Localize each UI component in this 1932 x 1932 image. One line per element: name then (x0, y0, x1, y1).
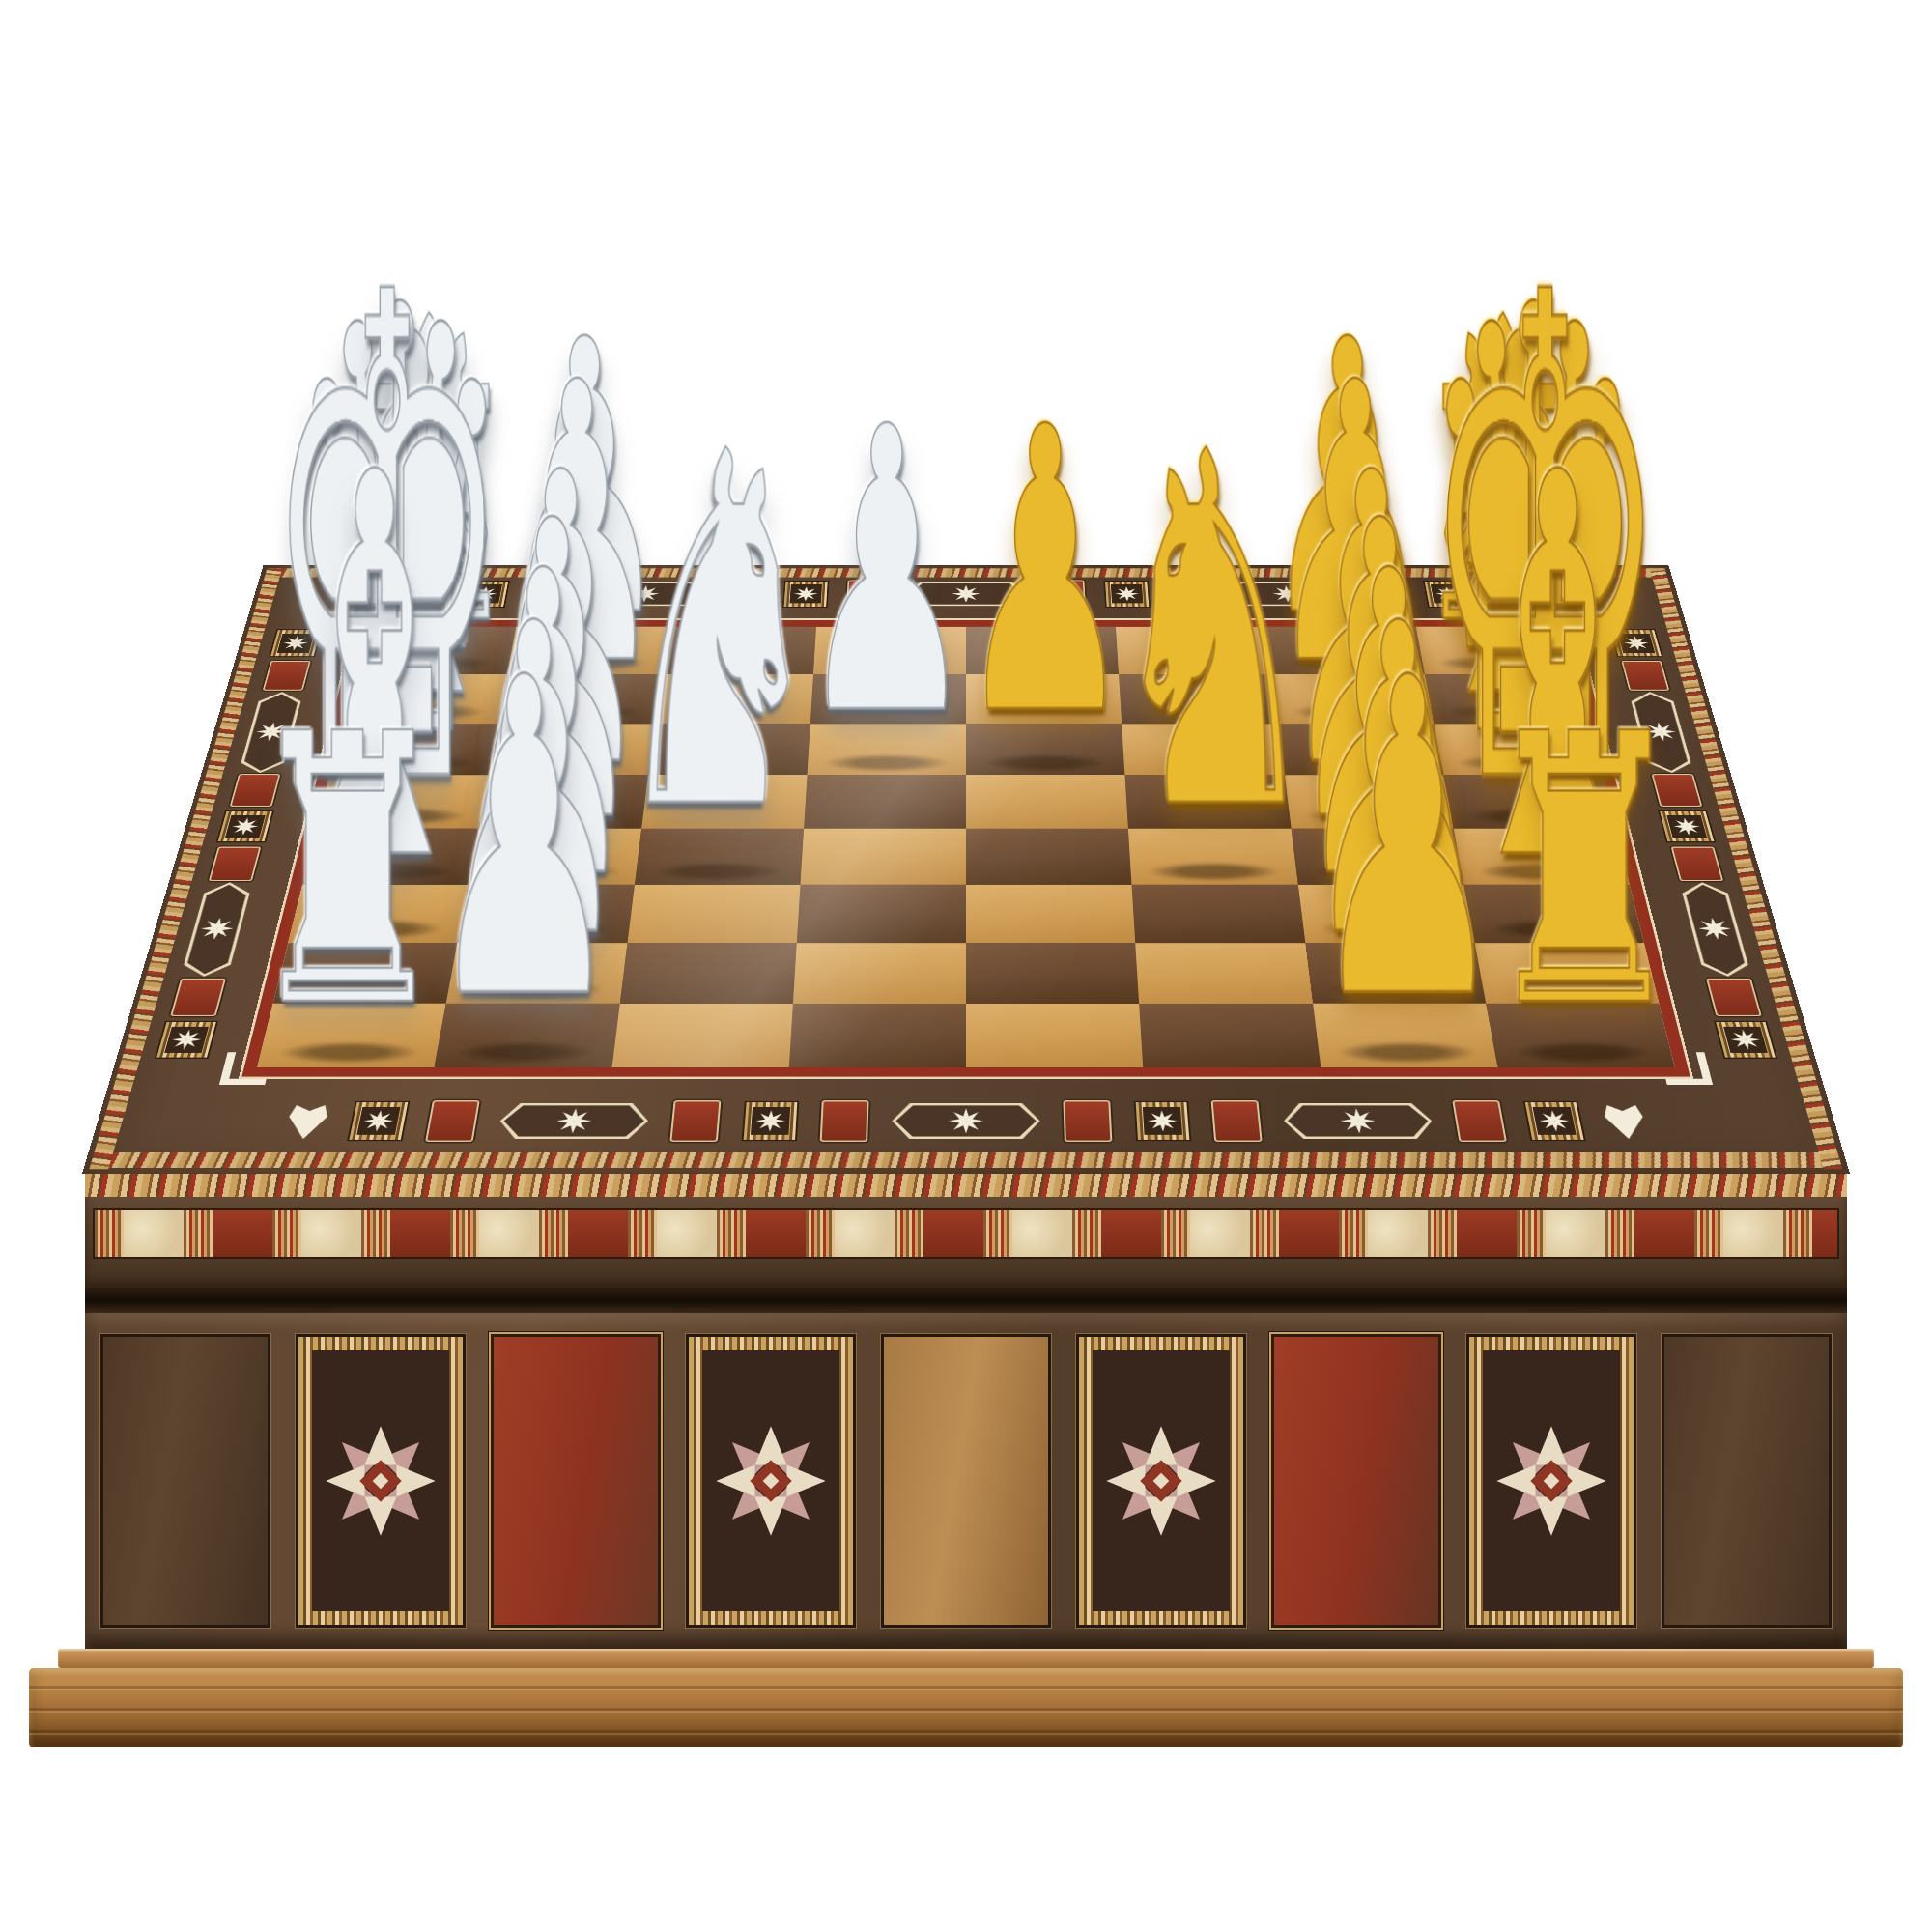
inlay-block-cream (301, 1210, 361, 1257)
inlay-block-stripe (1072, 1210, 1101, 1257)
inlay-block-stripe (1517, 1210, 1546, 1257)
red-inlay-block (425, 1100, 480, 1142)
mother-of-pearl-lozenge (892, 1101, 1040, 1141)
chess-set-product-photo: ♜♟♟♜♞♟♟♞♝♟♟♝♛♟♟♛♚♟♞♞♟♚♝♟♟♝♟♟♜♟♟♜ (0, 0, 1932, 1932)
eight-point-star-icon (1103, 581, 1151, 608)
square-h6[interactable] (1139, 1004, 1321, 1067)
square-g3[interactable] (619, 943, 796, 1004)
chess-box-top: ♜♟♟♜♞♟♟♞♝♟♟♝♛♟♟♛♚♟♞♞♟♚♝♟♟♝♟♟♜♟♟♜ (82, 565, 1850, 1174)
square-d4[interactable] (804, 775, 966, 828)
inlay-block-stripe (983, 1210, 1012, 1257)
wooden-base (29, 1649, 1903, 1749)
inlay-block-cream (1546, 1210, 1605, 1257)
square-f3[interactable] (627, 885, 800, 943)
mosaic-panel-walnut (100, 1334, 270, 1628)
eight-point-star-icon (269, 629, 323, 657)
inlay-block-red (213, 1210, 272, 1257)
inlay-block-stripe (539, 1210, 568, 1257)
inlay-block-red (1457, 1210, 1517, 1257)
square-c5[interactable]: ♟ (966, 724, 1125, 775)
inlay-block-red (390, 1210, 450, 1257)
mother-of-pearl-lozenge (497, 1101, 650, 1141)
mosaic-panel-red (1271, 1334, 1441, 1628)
frame-stripe-edge-near (92, 1152, 1841, 1168)
lid-stripe-inlay (85, 1174, 1847, 1197)
heart-inlay (1601, 1103, 1649, 1139)
inlay-block-stripe (95, 1210, 124, 1257)
piece-silver-n-e3[interactable]: ♞ (609, 390, 827, 877)
inlay-block-cream (1012, 1210, 1072, 1257)
mosaic-panel-star (686, 1334, 856, 1628)
inlay-block-cream (1723, 1210, 1783, 1257)
red-inlay-block (820, 1100, 869, 1142)
mother-of-pearl-lozenge (905, 581, 1027, 608)
red-inlay-block (170, 978, 226, 1015)
eight-point-star-icon (781, 581, 829, 608)
mosaic-panel-star (296, 1334, 466, 1628)
square-f4[interactable] (797, 885, 966, 943)
piece-silver-p-h2[interactable]: ♟ (427, 622, 622, 1059)
mother-of-pearl-lozenge (1225, 581, 1350, 608)
mosaic-panel-walnut (1662, 1334, 1832, 1628)
eight-point-star-icon (1658, 810, 1716, 843)
inlay-block-stripe (1250, 1210, 1279, 1257)
piece-gold-p-h7[interactable]: ♟ (1310, 622, 1505, 1059)
lid-joint-gap (85, 1288, 1847, 1313)
eight-point-star-icon (1714, 1021, 1777, 1059)
red-inlay-block (1063, 1100, 1112, 1142)
red-inlay-block (1452, 1100, 1507, 1142)
mosaic-band-near (257, 1094, 1674, 1149)
red-inlay-block (669, 1100, 721, 1142)
eight-point-star-icon (347, 1101, 410, 1141)
inlay-block-stripe (717, 1210, 746, 1257)
eight-point-star-icon (1133, 1101, 1191, 1141)
inlay-block-stripe (806, 1210, 835, 1257)
eight-point-star-icon (1522, 1101, 1585, 1141)
inlay-block-stripe (895, 1210, 923, 1257)
square-h7[interactable]: ♟ (1313, 1004, 1498, 1067)
eight-point-star-icon (741, 1101, 799, 1141)
mother-of-pearl-lozenge (1282, 1101, 1435, 1141)
mosaic-panel-red (491, 1334, 661, 1628)
square-f6[interactable] (1132, 885, 1305, 943)
mosaic-panel-star (1466, 1334, 1636, 1628)
eight-point-star-icon (459, 581, 509, 608)
square-c4[interactable]: ♟ (807, 724, 966, 775)
inlay-block-stripe (184, 1210, 213, 1257)
inlay-block-red (1812, 1210, 1837, 1257)
chessboard: ♜♟♟♜♞♟♟♞♝♟♟♝♛♟♟♛♚♟♞♞♟♚♝♟♟♝♟♟♜♟♟♜ (241, 620, 1690, 1077)
box-body-front (85, 1313, 1847, 1649)
inlay-block-cream (479, 1210, 539, 1257)
inlay-block-red (746, 1210, 806, 1257)
inlay-block-stripe (1428, 1210, 1457, 1257)
inlay-block-stripe (450, 1210, 479, 1257)
mosaic-panel-tan (881, 1334, 1051, 1628)
base-top-lip (58, 1649, 1874, 1668)
lid-inlay-band (95, 1210, 1837, 1257)
square-h1[interactable]: ♜ (257, 1004, 446, 1067)
eight-point-star-icon (155, 1021, 218, 1059)
inlay-block-stripe (272, 1210, 301, 1257)
square-f5[interactable] (966, 885, 1135, 943)
square-e6[interactable]: ♞ (1128, 829, 1297, 885)
inlay-block-red (1101, 1210, 1161, 1257)
eight-point-star-icon (1609, 629, 1663, 657)
inlay-block-cream (657, 1210, 717, 1257)
inlay-block-stripe (361, 1210, 390, 1257)
square-h8[interactable]: ♜ (1486, 1004, 1675, 1067)
inlay-block-stripe (1694, 1210, 1723, 1257)
inlay-block-stripe (1339, 1210, 1368, 1257)
eight-point-star-icon (215, 810, 273, 843)
inlay-block-stripe (1605, 1210, 1634, 1257)
eight-point-star-icon (1422, 581, 1472, 608)
mosaic-panel-star (1076, 1334, 1246, 1628)
box-lid-front (85, 1174, 1847, 1288)
inlay-block-stripe (1783, 1210, 1812, 1257)
inlay-block-stripe (628, 1210, 657, 1257)
square-e3[interactable]: ♞ (635, 829, 804, 885)
mother-of-pearl-lozenge (582, 581, 707, 608)
inlay-block-red (1279, 1210, 1339, 1257)
square-h4[interactable] (789, 1004, 966, 1067)
square-g6[interactable] (1135, 943, 1312, 1004)
square-g5[interactable] (966, 943, 1139, 1004)
inlay-block-red (923, 1210, 983, 1257)
square-h2[interactable]: ♟ (435, 1004, 620, 1067)
square-h3[interactable] (611, 1004, 793, 1067)
red-inlay-block (1211, 1100, 1263, 1142)
inlay-block-cream (1190, 1210, 1250, 1257)
base-molding (29, 1668, 1903, 1747)
inlay-block-stripe (1161, 1210, 1190, 1257)
heart-inlay (283, 1103, 331, 1139)
square-g4[interactable] (793, 943, 966, 1004)
mother-of-pearl-lozenge (1677, 883, 1754, 977)
inlay-block-cream (124, 1210, 184, 1257)
inlay-block-red (1634, 1210, 1694, 1257)
square-h5[interactable] (966, 1004, 1143, 1067)
inlay-block-cream (1368, 1210, 1428, 1257)
inlay-block-red (568, 1210, 628, 1257)
inlay-block-cream (835, 1210, 895, 1257)
red-inlay-block (1706, 978, 1762, 1015)
